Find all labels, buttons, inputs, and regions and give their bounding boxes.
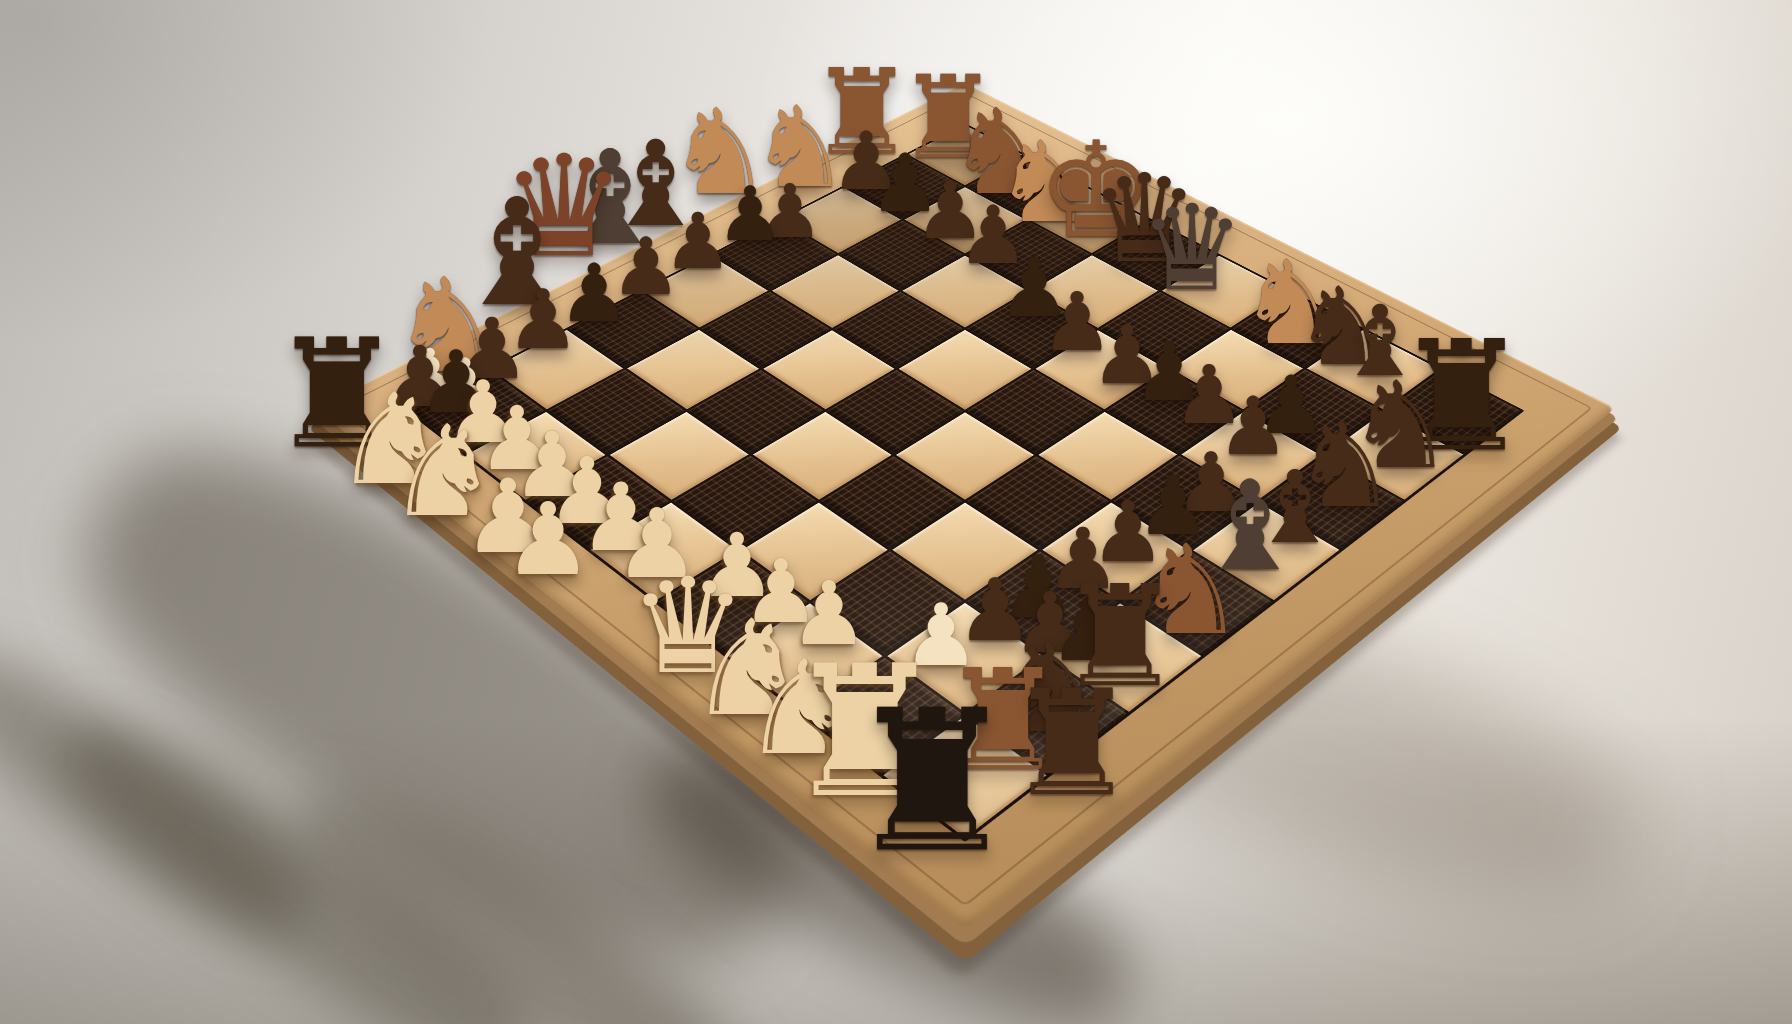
scene: ♜♜♞♟♞♞♟♞♝♚♟♟♟♝♛♛♟♟♛♟♝♟♟♞♟♟♞♞♝♟♟♟♟♟♟♟♟♟♟♜… — [0, 0, 1792, 1024]
